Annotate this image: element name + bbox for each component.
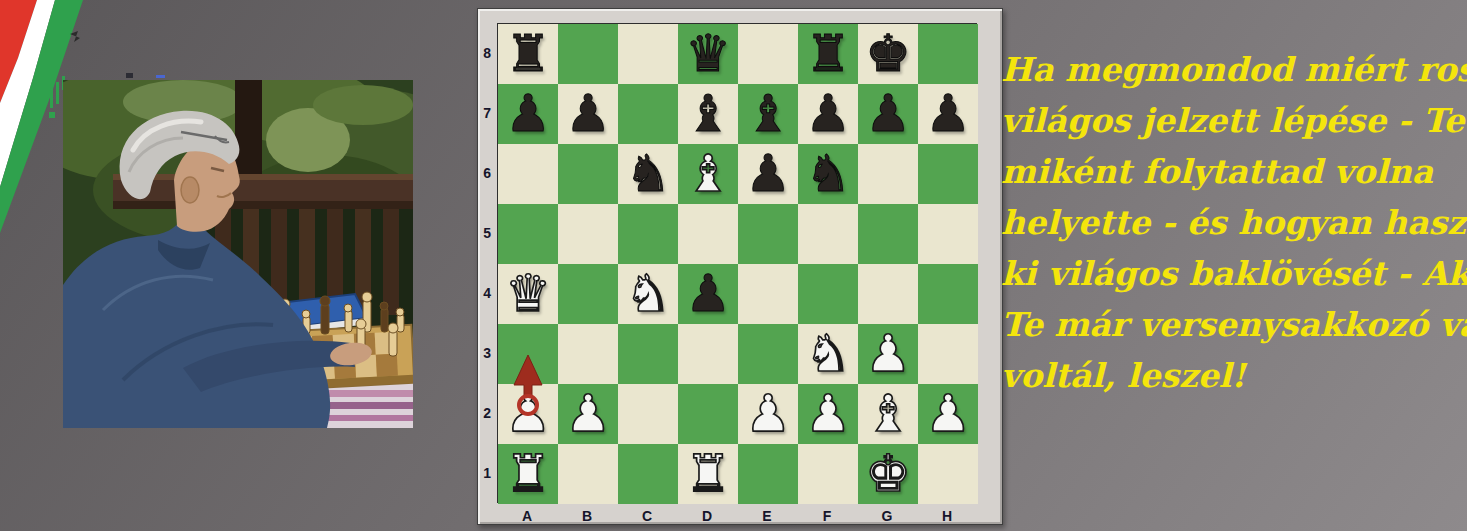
file-label-A: A [497,505,557,527]
square-d7: ♝ [678,84,738,144]
square-f1 [798,444,858,504]
square-f3: ♞ [798,324,858,384]
square-a5 [498,204,558,264]
rank-label-5: 5 [478,203,496,263]
square-c6: ♞ [618,144,678,204]
file-label-F: F [797,505,857,527]
caption-line: Te már versenysakkozó vagy, [1001,299,1463,350]
piece-white-pawn-e2: ♟ [745,384,791,444]
square-h4 [918,264,978,324]
photo-man-at-chessboard [63,80,413,428]
piece-black-pawn-f7: ♟ [805,84,851,144]
square-c7 [618,84,678,144]
caption-line: ki világos baklövését - Akkor [1001,248,1463,299]
square-g8: ♚ [858,24,918,84]
square-a1: ♜ [498,444,558,504]
piece-white-pawn-b2: ♟ [565,384,611,444]
caption-line: voltál, leszel! [1001,350,1463,401]
chess-board: ♜♛♜♚♟♟♝♝♟♟♟♞♝♟♞♛♞♟♞♟♟♟♟♟♝♟♜♜♚ [497,23,977,503]
square-g7: ♟ [858,84,918,144]
file-label-B: B [557,505,617,527]
piece-black-bishop-e7: ♝ [745,84,791,144]
square-h1 [918,444,978,504]
square-b7: ♟ [558,84,618,144]
square-g3: ♟ [858,324,918,384]
square-h3 [918,324,978,384]
square-a8: ♜ [498,24,558,84]
piece-black-pawn-b7: ♟ [565,84,611,144]
square-f6: ♞ [798,144,858,204]
rank-label-1: 1 [478,443,496,503]
piece-black-bishop-d7: ♝ [685,84,731,144]
square-g4 [858,264,918,324]
square-e2: ♟ [738,384,798,444]
square-d4: ♟ [678,264,738,324]
square-c3 [618,324,678,384]
square-b1 [558,444,618,504]
square-b5 [558,204,618,264]
square-h8 [918,24,978,84]
photo-illustration [63,80,413,428]
blue-dash-mark [156,75,165,78]
square-b2: ♟ [558,384,618,444]
square-f2: ♟ [798,384,858,444]
square-d2 [678,384,738,444]
piece-white-knight-f3: ♞ [805,324,851,384]
square-g1: ♚ [858,444,918,504]
piece-white-bishop-g2: ♝ [865,384,911,444]
square-c2 [618,384,678,444]
piece-white-pawn-a2: ♟ [505,384,551,444]
square-e6: ♟ [738,144,798,204]
rank-label-3: 3 [478,323,496,383]
file-labels: ABCDEFGH [497,505,977,527]
square-g2: ♝ [858,384,918,444]
square-e7: ♝ [738,84,798,144]
square-h5 [918,204,978,264]
caption-line: helyette - és hogyan használod [1001,197,1463,248]
square-f7: ♟ [798,84,858,144]
piece-white-pawn-g3: ♟ [865,324,911,384]
rank-label-6: 6 [478,143,496,203]
piece-black-pawn-h7: ♟ [925,84,971,144]
piece-white-king-g1: ♚ [865,444,911,504]
rank-label-7: 7 [478,83,496,143]
caption-text: Ha megmondod miért rossz világos jelzett… [1001,44,1463,401]
square-e4 [738,264,798,324]
square-g6 [858,144,918,204]
square-a7: ♟ [498,84,558,144]
square-e8 [738,24,798,84]
piece-black-knight-c6: ♞ [625,144,671,204]
piece-black-pawn-g7: ♟ [865,84,911,144]
square-c5 [618,204,678,264]
chess-diagram-panel: 87654321 ♜♛♜♚♟♟♝♝♟♟♟♞♝♟♞♛♞♟♞♟♟♟♟♟♝♟♜♜♚ A… [477,8,1003,525]
square-h7: ♟ [918,84,978,144]
file-label-G: G [857,505,917,527]
file-label-E: E [737,505,797,527]
square-d3 [678,324,738,384]
square-a6 [498,144,558,204]
piece-white-rook-d1: ♜ [685,444,731,504]
rank-label-4: 4 [478,263,496,323]
rank-label-2: 2 [478,383,496,443]
piece-black-rook-a8: ♜ [505,24,551,84]
piece-white-rook-a1: ♜ [505,444,551,504]
square-h6 [918,144,978,204]
square-e1 [738,444,798,504]
page: 87654321 ♜♛♜♚♟♟♝♝♟♟♟♞♝♟♞♛♞♟♞♟♟♟♟♟♝♟♜♜♚ A… [0,0,1467,531]
rank-label-8: 8 [478,23,496,83]
square-a4: ♛ [498,264,558,324]
square-c4: ♞ [618,264,678,324]
file-label-D: D [677,505,737,527]
square-b4 [558,264,618,324]
piece-black-queen-d8: ♛ [685,24,731,84]
file-label-C: C [617,505,677,527]
square-a2: ♟ [498,384,558,444]
square-e5 [738,204,798,264]
square-e3 [738,324,798,384]
square-f5 [798,204,858,264]
piece-white-pawn-f2: ♟ [805,384,851,444]
square-b3 [558,324,618,384]
piece-white-pawn-h2: ♟ [925,384,971,444]
piece-black-knight-f6: ♞ [805,144,851,204]
square-c8 [618,24,678,84]
square-a3 [498,324,558,384]
piece-white-queen-a4: ♛ [505,264,551,324]
square-f4 [798,264,858,324]
square-d6: ♝ [678,144,738,204]
piece-white-knight-c4: ♞ [625,264,671,324]
file-label-H: H [917,505,977,527]
board-wrap: 87654321 ♜♛♜♚♟♟♝♝♟♟♟♞♝♟♞♛♞♟♞♟♟♟♟♟♝♟♜♜♚ A… [497,23,977,503]
piece-black-king-g8: ♚ [865,24,911,84]
piece-black-pawn-d4: ♟ [685,264,731,324]
square-d8: ♛ [678,24,738,84]
square-g5 [858,204,918,264]
dark-dot-mark [126,73,133,78]
rank-labels: 87654321 [478,23,496,503]
square-f8: ♜ [798,24,858,84]
square-b8 [558,24,618,84]
smudge-mark [66,28,86,48]
square-b6 [558,144,618,204]
square-c1 [618,444,678,504]
caption-line: Ha megmondod miért rossz [1001,44,1463,95]
piece-black-pawn-e6: ♟ [745,144,791,204]
square-d1: ♜ [678,444,738,504]
piece-white-bishop-d6: ♝ [685,144,731,204]
square-h2: ♟ [918,384,978,444]
piece-black-rook-f8: ♜ [805,24,851,84]
caption-line: miként folytattad volna [1001,146,1463,197]
piece-black-pawn-a7: ♟ [505,84,551,144]
caption-line: világos jelzett lépése - Te [1001,95,1463,146]
square-d5 [678,204,738,264]
